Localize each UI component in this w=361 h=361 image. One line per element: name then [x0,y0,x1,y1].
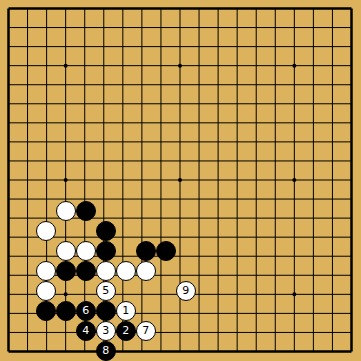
board-cell[interactable] [269,183,287,201]
stone-black[interactable] [96,301,116,321]
board-cell[interactable] [36,128,56,146]
board-cell[interactable] [288,109,306,127]
board-cell[interactable] [116,109,136,127]
board-cell[interactable] [176,72,196,90]
board-cell[interactable] [232,109,250,127]
board-cell[interactable] [17,109,35,127]
board-cell[interactable] [96,17,116,35]
board-cell[interactable] [76,281,96,301]
board-cell[interactable] [288,341,306,361]
board-cell[interactable] [96,261,116,281]
board-cell[interactable] [116,164,136,182]
board-cell[interactable] [76,164,96,182]
board-cell[interactable] [36,261,56,281]
stone-black[interactable] [76,261,96,281]
board-cell[interactable] [324,0,342,17]
board-cell[interactable]: 1 [116,301,136,321]
board-cell[interactable] [232,128,250,146]
board-cell[interactable] [288,72,306,90]
board-cell[interactable] [343,183,361,201]
board-cell[interactable] [214,301,232,321]
board-cell[interactable] [56,128,76,146]
board-cell[interactable] [324,201,342,221]
board-cell[interactable] [176,109,196,127]
board-cell[interactable] [288,128,306,146]
board-cell[interactable] [196,281,214,301]
board-cell[interactable] [36,301,56,321]
board-cell[interactable] [251,201,269,221]
board-cell[interactable] [156,341,176,361]
board-cell[interactable] [288,146,306,164]
board-cell[interactable] [76,54,96,72]
board-cell[interactable] [76,128,96,146]
board-cell[interactable] [196,341,214,361]
board-cell[interactable] [306,261,324,281]
board-cell[interactable] [0,201,17,221]
board-cell[interactable] [17,72,35,90]
board-cell[interactable] [0,183,17,201]
board-cell[interactable] [136,146,156,164]
board-cell[interactable] [306,17,324,35]
board-cell[interactable] [251,128,269,146]
board-cell[interactable] [343,281,361,301]
board-cell[interactable] [196,183,214,201]
board-cell[interactable] [176,321,196,341]
board-cell[interactable] [214,321,232,341]
board-cell[interactable] [214,128,232,146]
board-cell[interactable] [0,54,17,72]
board-cell[interactable] [324,321,342,341]
board-cell[interactable] [343,36,361,54]
board-cell[interactable] [156,321,176,341]
board-cell[interactable] [176,146,196,164]
board-cell[interactable] [196,72,214,90]
board-cell[interactable] [214,146,232,164]
board-cell[interactable] [96,109,116,127]
board-cell[interactable] [196,36,214,54]
board-cell[interactable] [96,54,116,72]
board-cell[interactable] [17,0,35,17]
board-cell[interactable] [0,301,17,321]
board-cell[interactable] [96,0,116,17]
board-cell[interactable] [251,321,269,341]
board-cell[interactable] [288,321,306,341]
board-cell[interactable] [232,241,250,261]
board-cell[interactable] [96,91,116,109]
board-cell[interactable] [0,72,17,90]
board-cell[interactable] [343,201,361,221]
board-cell[interactable] [17,36,35,54]
stone-white[interactable] [96,261,116,281]
board-cell[interactable] [0,146,17,164]
board-cell[interactable] [56,321,76,341]
board-cell[interactable] [232,146,250,164]
board-cell[interactable] [116,36,136,54]
board-cell[interactable] [324,183,342,201]
board-cell[interactable] [251,109,269,127]
board-cell[interactable] [288,301,306,321]
board-cell[interactable] [251,146,269,164]
board-cell[interactable] [196,0,214,17]
board-cell[interactable] [232,341,250,361]
board-cell[interactable] [36,321,56,341]
board-cell[interactable] [343,261,361,281]
board-cell[interactable] [306,281,324,301]
board-cell[interactable] [96,72,116,90]
board-cell[interactable] [136,91,156,109]
board-cell[interactable] [156,72,176,90]
board-cell[interactable] [176,241,196,261]
board-cell[interactable] [136,341,156,361]
board-cell[interactable] [56,241,76,261]
board-cell[interactable]: 4 [76,321,96,341]
board-cell[interactable] [76,36,96,54]
stone-white[interactable] [36,261,56,281]
board-cell[interactable] [343,146,361,164]
board-cell[interactable] [251,17,269,35]
board-cell[interactable] [288,164,306,182]
board-cell[interactable] [56,91,76,109]
board-cell[interactable] [196,146,214,164]
board-cell[interactable] [176,54,196,72]
board-cell[interactable] [288,201,306,221]
board-cell[interactable] [136,164,156,182]
board-cell[interactable] [76,72,96,90]
board-cell[interactable] [306,241,324,261]
board-cell[interactable] [214,164,232,182]
board-cell[interactable] [214,109,232,127]
board-cell[interactable] [306,341,324,361]
board-cell[interactable] [76,91,96,109]
board-cell[interactable] [156,0,176,17]
board-cell[interactable] [324,341,342,361]
board-cell[interactable] [116,128,136,146]
board-cell[interactable] [251,341,269,361]
board-cell[interactable] [0,36,17,54]
board-cell[interactable] [269,261,287,281]
board-cell[interactable]: 3 [96,321,116,341]
board-cell[interactable] [288,221,306,241]
board-cell[interactable] [176,201,196,221]
board-cell[interactable] [306,321,324,341]
board-cell[interactable] [76,146,96,164]
board-cell[interactable] [76,341,96,361]
board-cell[interactable] [343,72,361,90]
board-cell[interactable] [214,183,232,201]
board-cell[interactable] [176,183,196,201]
board-cell[interactable] [306,146,324,164]
board-cell[interactable] [156,36,176,54]
board-cell[interactable] [56,54,76,72]
stone-white[interactable]: 9 [176,281,196,301]
board-cell[interactable] [96,221,116,241]
board-cell[interactable] [306,36,324,54]
board-cell[interactable] [232,301,250,321]
board-cell[interactable] [56,261,76,281]
board-cell[interactable] [0,261,17,281]
board-cell[interactable] [288,17,306,35]
board-cell[interactable] [136,201,156,221]
board-cell[interactable] [156,17,176,35]
board-cell[interactable] [343,164,361,182]
board-cell[interactable] [36,17,56,35]
board-cell[interactable] [214,17,232,35]
board-cell[interactable] [343,301,361,321]
board-cell[interactable] [214,241,232,261]
board-cell[interactable]: 2 [116,321,136,341]
board-cell[interactable] [36,146,56,164]
board-cell[interactable] [288,281,306,301]
board-cell[interactable] [56,146,76,164]
board-cell[interactable] [56,109,76,127]
board-cell[interactable] [0,164,17,182]
board-cell[interactable] [269,128,287,146]
board-cell[interactable] [17,281,35,301]
board-cell[interactable] [17,91,35,109]
board-cell[interactable] [56,183,76,201]
board-cell[interactable] [116,54,136,72]
stone-black[interactable] [56,261,76,281]
board-cell[interactable] [251,36,269,54]
board-cell[interactable] [324,164,342,182]
stone-white[interactable]: 1 [116,301,136,321]
board-cell[interactable] [269,241,287,261]
board-cell[interactable] [56,201,76,221]
board-cell[interactable] [269,341,287,361]
board-cell[interactable] [96,301,116,321]
board-cell[interactable] [56,17,76,35]
board-cell[interactable] [343,241,361,261]
board-cell[interactable] [232,201,250,221]
board-cell[interactable] [76,261,96,281]
board-cell[interactable] [116,201,136,221]
board-cell[interactable] [36,201,56,221]
board-cell[interactable] [56,281,76,301]
stone-white[interactable] [56,201,76,221]
board-cell[interactable] [214,221,232,241]
board-cell[interactable] [116,0,136,17]
board-cell[interactable] [288,91,306,109]
stone-white[interactable] [36,221,56,241]
board-cell[interactable] [36,164,56,182]
board-cell[interactable] [196,91,214,109]
board-cell[interactable] [343,91,361,109]
board-cell[interactable] [214,72,232,90]
board-cell[interactable] [306,301,324,321]
board-cell[interactable] [17,261,35,281]
board-cell[interactable] [324,91,342,109]
board-cell[interactable] [76,109,96,127]
board-cell[interactable] [269,321,287,341]
board-cell[interactable] [17,341,35,361]
board-cell[interactable] [17,201,35,221]
stone-white[interactable] [36,281,56,301]
board-cell[interactable] [251,281,269,301]
stone-black[interactable] [76,201,96,221]
board-cell[interactable] [156,183,176,201]
stone-white[interactable] [76,241,96,261]
board-cell[interactable] [36,72,56,90]
board-cell[interactable] [324,128,342,146]
board-cell[interactable] [251,91,269,109]
board-cell[interactable] [136,72,156,90]
board-cell[interactable] [0,128,17,146]
stone-white[interactable] [56,241,76,261]
board-cell[interactable] [232,17,250,35]
board-cell[interactable] [324,281,342,301]
board-cell[interactable] [0,91,17,109]
board-cell[interactable] [36,241,56,261]
board-cell[interactable] [232,54,250,72]
board-cell[interactable] [17,321,35,341]
board-cell[interactable] [269,146,287,164]
board-cell[interactable] [306,91,324,109]
board-cell[interactable] [36,54,56,72]
board-cell[interactable] [56,72,76,90]
board-cell[interactable] [214,341,232,361]
board-cell[interactable] [156,281,176,301]
board-cell[interactable] [96,164,116,182]
board-cell[interactable]: 7 [136,321,156,341]
board-cell[interactable] [343,0,361,17]
board-cell[interactable] [0,241,17,261]
stone-black[interactable]: 2 [116,321,136,341]
board-cell[interactable] [136,54,156,72]
board-cell[interactable] [116,91,136,109]
board-cell[interactable] [232,261,250,281]
board-cell[interactable] [214,281,232,301]
board-cell[interactable] [76,201,96,221]
stone-black[interactable] [96,221,116,241]
board-cell[interactable] [116,221,136,241]
stone-black[interactable] [56,301,76,321]
board-cell[interactable] [156,241,176,261]
board-cell[interactable] [269,91,287,109]
board-cell[interactable] [196,321,214,341]
board-cell[interactable] [288,0,306,17]
board-cell[interactable] [288,261,306,281]
board-cell[interactable] [176,36,196,54]
board-cell[interactable] [324,241,342,261]
board-cell[interactable] [306,221,324,241]
board-cell[interactable] [324,301,342,321]
board-cell[interactable] [196,201,214,221]
board-cell[interactable]: 6 [76,301,96,321]
board-cell[interactable] [156,164,176,182]
stone-white[interactable]: 3 [96,321,116,341]
board-cell[interactable] [196,54,214,72]
board-cell[interactable] [116,241,136,261]
board-cell[interactable] [116,261,136,281]
board-cell[interactable] [269,109,287,127]
board-cell[interactable] [232,183,250,201]
board-cell[interactable] [324,17,342,35]
board-cell[interactable] [156,91,176,109]
board-cell[interactable] [196,241,214,261]
board-cell[interactable] [196,301,214,321]
board-cell[interactable] [156,261,176,281]
board-cell[interactable] [0,221,17,241]
board-cell[interactable] [0,321,17,341]
board-cell[interactable] [76,17,96,35]
board-cell[interactable] [176,0,196,17]
board-cell[interactable] [136,0,156,17]
board-cell[interactable] [232,72,250,90]
board-cell[interactable] [176,261,196,281]
board-cell[interactable] [214,261,232,281]
board-cell[interactable]: 5 [96,281,116,301]
board-cell[interactable] [306,183,324,201]
board-cell[interactable] [343,221,361,241]
board-cell[interactable] [76,241,96,261]
board-cell[interactable] [136,301,156,321]
board-cell[interactable] [324,72,342,90]
board-cell[interactable] [56,341,76,361]
stone-black[interactable] [156,241,176,261]
board-cell[interactable] [232,281,250,301]
board-cell[interactable] [17,301,35,321]
board-cell[interactable] [269,54,287,72]
board-cell[interactable] [17,54,35,72]
board-cell[interactable] [324,54,342,72]
board-cell[interactable] [136,17,156,35]
board-cell[interactable] [232,36,250,54]
board-cell[interactable] [343,128,361,146]
board-cell[interactable] [251,164,269,182]
board-cell[interactable] [196,164,214,182]
board-cell[interactable] [251,261,269,281]
board-cell[interactable] [176,341,196,361]
board-cell[interactable] [96,128,116,146]
board-cell[interactable] [136,109,156,127]
board-cell[interactable] [306,128,324,146]
stone-black[interactable] [36,301,56,321]
board-cell[interactable] [343,54,361,72]
board-cell[interactable] [196,109,214,127]
board-cell[interactable] [96,36,116,54]
board-cell[interactable] [156,201,176,221]
board-cell[interactable] [232,221,250,241]
board-cell[interactable] [136,261,156,281]
board-cell[interactable] [232,0,250,17]
stone-white[interactable]: 5 [96,281,116,301]
board-cell[interactable] [136,128,156,146]
stone-black[interactable] [96,241,116,261]
board-cell[interactable] [36,0,56,17]
board-cell[interactable] [156,221,176,241]
board-cell[interactable] [156,301,176,321]
board-cell[interactable] [269,164,287,182]
stone-black[interactable]: 8 [96,341,116,361]
board-cell[interactable] [251,183,269,201]
board-cell[interactable] [288,54,306,72]
board-cell[interactable] [176,301,196,321]
board-cell[interactable] [232,321,250,341]
board-cell[interactable] [214,54,232,72]
board-cell[interactable] [36,221,56,241]
board-cell[interactable]: 8 [96,341,116,361]
board-cell[interactable] [269,301,287,321]
board-cell[interactable] [176,17,196,35]
board-cell[interactable] [269,0,287,17]
board-cell[interactable] [306,164,324,182]
board-cell[interactable] [116,146,136,164]
board-cell[interactable] [56,221,76,241]
board-cell[interactable] [36,109,56,127]
board-cell[interactable] [156,109,176,127]
board-cell[interactable] [324,221,342,241]
board-cell[interactable] [196,17,214,35]
